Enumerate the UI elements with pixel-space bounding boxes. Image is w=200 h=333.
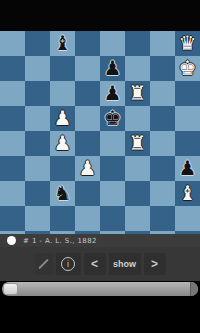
square-c2[interactable]: ♞ bbox=[50, 181, 75, 206]
square-g6[interactable] bbox=[150, 81, 175, 106]
square-h1[interactable] bbox=[175, 206, 200, 231]
square-b1[interactable] bbox=[25, 206, 50, 231]
piece-black-pawn: ♟ bbox=[100, 81, 125, 106]
caption-bar: # 1 - A. L. S., 1882 bbox=[0, 234, 200, 247]
square-f5[interactable] bbox=[125, 106, 150, 131]
square-e2[interactable] bbox=[100, 181, 125, 206]
square-f2[interactable] bbox=[125, 181, 150, 206]
square-c7[interactable] bbox=[50, 56, 75, 81]
piece-black-bishop: ♝ bbox=[50, 31, 75, 56]
square-h6[interactable] bbox=[175, 81, 200, 106]
board-overflow-square bbox=[0, 231, 25, 234]
chess-board[interactable]: ♝♛♟♚♟♜♟♚♟♜♟♟♞♝ bbox=[0, 31, 200, 234]
square-d3[interactable]: ♟ bbox=[75, 156, 100, 181]
square-d7[interactable] bbox=[75, 56, 100, 81]
square-g2[interactable] bbox=[150, 181, 175, 206]
square-g1[interactable] bbox=[150, 206, 175, 231]
pencil-icon bbox=[38, 259, 49, 270]
square-h7[interactable]: ♚ bbox=[175, 56, 200, 81]
board-overflow-square bbox=[125, 231, 150, 234]
white-to-move-dot bbox=[7, 236, 16, 245]
square-g8[interactable] bbox=[150, 31, 175, 56]
square-h4[interactable] bbox=[175, 131, 200, 156]
square-d8[interactable] bbox=[75, 31, 100, 56]
status-bar bbox=[0, 0, 200, 31]
chevron-left-icon: < bbox=[91, 257, 98, 271]
square-h2[interactable]: ♝ bbox=[175, 181, 200, 206]
show-button[interactable]: show bbox=[109, 253, 141, 275]
square-f6[interactable]: ♜ bbox=[125, 81, 150, 106]
piece-black-king: ♚ bbox=[100, 106, 125, 131]
chevron-right-icon: > bbox=[151, 257, 158, 271]
board-overflow-square bbox=[175, 231, 200, 234]
square-g4[interactable] bbox=[150, 131, 175, 156]
slider-track[interactable] bbox=[2, 282, 198, 296]
square-c8[interactable]: ♝ bbox=[50, 31, 75, 56]
square-c1[interactable] bbox=[50, 206, 75, 231]
square-e3[interactable] bbox=[100, 156, 125, 181]
square-b3[interactable] bbox=[25, 156, 50, 181]
toolbar: i < show > bbox=[0, 247, 200, 281]
info-icon: i bbox=[61, 257, 75, 271]
square-c3[interactable] bbox=[50, 156, 75, 181]
square-f1[interactable] bbox=[125, 206, 150, 231]
square-c6[interactable] bbox=[50, 81, 75, 106]
square-c4[interactable]: ♟ bbox=[50, 131, 75, 156]
square-a3[interactable] bbox=[0, 156, 25, 181]
problem-caption: # 1 - A. L. S., 1882 bbox=[23, 237, 97, 245]
square-d4[interactable] bbox=[75, 131, 100, 156]
square-b2[interactable] bbox=[25, 181, 50, 206]
square-a1[interactable] bbox=[0, 206, 25, 231]
piece-white-pawn: ♟ bbox=[50, 106, 75, 131]
square-a6[interactable] bbox=[0, 81, 25, 106]
square-d2[interactable] bbox=[75, 181, 100, 206]
square-e4[interactable] bbox=[100, 131, 125, 156]
info-button[interactable]: i bbox=[56, 253, 81, 275]
square-a8[interactable] bbox=[0, 31, 25, 56]
square-a4[interactable] bbox=[0, 131, 25, 156]
square-h5[interactable] bbox=[175, 106, 200, 131]
piece-white-pawn: ♟ bbox=[75, 156, 100, 181]
prev-button[interactable]: < bbox=[84, 253, 106, 275]
bottom-filler bbox=[0, 299, 200, 333]
piece-black-knight: ♞ bbox=[50, 181, 75, 206]
square-d1[interactable] bbox=[75, 206, 100, 231]
piece-white-pawn: ♟ bbox=[50, 131, 75, 156]
square-f7[interactable] bbox=[125, 56, 150, 81]
app-screen: ♝♛♟♚♟♜♟♚♟♜♟♟♞♝ # 1 - A. L. S., 1882 i < … bbox=[0, 0, 200, 333]
square-g5[interactable] bbox=[150, 106, 175, 131]
piece-white-queen: ♛ bbox=[175, 31, 200, 56]
piece-white-bishop: ♝ bbox=[175, 181, 200, 206]
slider-area bbox=[0, 281, 200, 299]
square-f4[interactable]: ♜ bbox=[125, 131, 150, 156]
square-g7[interactable] bbox=[150, 56, 175, 81]
square-g3[interactable] bbox=[150, 156, 175, 181]
square-b4[interactable] bbox=[25, 131, 50, 156]
square-b8[interactable] bbox=[25, 31, 50, 56]
piece-black-pawn: ♟ bbox=[100, 56, 125, 81]
square-d5[interactable] bbox=[75, 106, 100, 131]
square-a2[interactable] bbox=[0, 181, 25, 206]
square-h3[interactable]: ♟ bbox=[175, 156, 200, 181]
square-a7[interactable] bbox=[0, 56, 25, 81]
square-e5[interactable]: ♚ bbox=[100, 106, 125, 131]
board-overflow-square bbox=[150, 231, 175, 234]
next-button[interactable]: > bbox=[144, 253, 166, 275]
piece-white-rook: ♜ bbox=[125, 81, 150, 106]
square-a5[interactable] bbox=[0, 106, 25, 131]
board-overflow-square bbox=[100, 231, 125, 234]
piece-black-pawn: ♟ bbox=[175, 156, 200, 181]
square-d6[interactable] bbox=[75, 81, 100, 106]
square-c5[interactable]: ♟ bbox=[50, 106, 75, 131]
square-e8[interactable] bbox=[100, 31, 125, 56]
board-overflow-square bbox=[75, 231, 100, 234]
square-b7[interactable] bbox=[25, 56, 50, 81]
square-h8[interactable]: ♛ bbox=[175, 31, 200, 56]
board-overflow-square bbox=[25, 231, 50, 234]
pencil-button[interactable] bbox=[35, 253, 53, 275]
square-e6[interactable]: ♟ bbox=[100, 81, 125, 106]
square-e1[interactable] bbox=[100, 206, 125, 231]
piece-white-rook: ♜ bbox=[125, 131, 150, 156]
square-e7[interactable]: ♟ bbox=[100, 56, 125, 81]
square-f8[interactable] bbox=[125, 31, 150, 56]
piece-white-king: ♚ bbox=[175, 56, 200, 81]
slider-thumb[interactable] bbox=[3, 283, 18, 295]
square-f3[interactable] bbox=[125, 156, 150, 181]
square-b5[interactable] bbox=[25, 106, 50, 131]
board-overflow-square bbox=[50, 231, 75, 234]
square-b6[interactable] bbox=[25, 81, 50, 106]
